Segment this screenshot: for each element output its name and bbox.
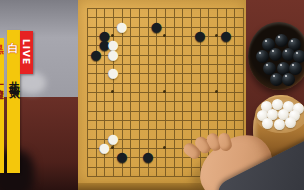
- white-player-name: 井山裕太: [6, 72, 21, 80]
- bowl-black-stone: [275, 34, 288, 47]
- bowl-white-stone: [274, 119, 285, 130]
- live-go-broadcast-frame: ●●●●●●●●●●●●●● 黒 一力遼 白 井山裕太 LIVE: [0, 0, 304, 190]
- black-color-label: 黒: [0, 44, 4, 55]
- bowl-black-stone: [269, 48, 282, 61]
- clipped-black-player-banner: 黒 一力遼: [0, 38, 4, 173]
- black-player-name: 一力遼: [0, 79, 4, 82]
- live-badge-label: LIVE: [21, 39, 31, 65]
- white-stone-bowl-interior: [255, 97, 304, 133]
- black-stone-bowl: [248, 22, 304, 90]
- bowl-white-stone: [262, 118, 273, 129]
- white-color-label: 白: [8, 43, 19, 55]
- white-player-banner: 白 井山裕太: [7, 30, 20, 173]
- live-badge: LIVE: [20, 31, 33, 74]
- bowl-black-stone: [256, 50, 269, 63]
- bowl-black-stone: [282, 73, 295, 86]
- bowl-white-stone: [285, 117, 296, 128]
- background-highlight: [18, 72, 46, 94]
